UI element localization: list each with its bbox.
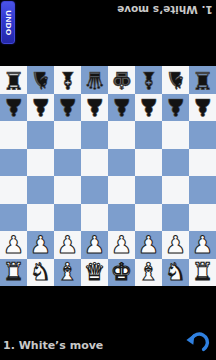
square-f5[interactable] [135, 149, 162, 177]
square-h3[interactable] [189, 204, 216, 232]
black-pawn: ♟ [111, 95, 133, 119]
white-pawn: ♟ [84, 233, 106, 257]
square-d6[interactable] [81, 121, 108, 149]
square-d5[interactable] [81, 149, 108, 177]
square-e8[interactable]: ♚ [108, 66, 135, 94]
white-bishop: ♝ [138, 260, 160, 284]
black-bishop: ♝ [57, 68, 79, 92]
black-pawn: ♟ [165, 95, 187, 119]
white-pawn: ♟ [138, 233, 160, 257]
square-a8[interactable]: ♜ [0, 66, 27, 94]
square-d8[interactable]: ♛ [81, 66, 108, 94]
black-knight: ♞ [165, 68, 187, 92]
chess-board: ♜♞♝♛♚♝♞♜♟♟♟♟♟♟♟♟♟♟♟♟♟♟♟♟♜♞♝♛♚♝♞♜ [0, 66, 216, 286]
white-pawn: ♟ [30, 233, 52, 257]
square-h2[interactable]: ♟ [189, 231, 216, 259]
square-f6[interactable] [135, 121, 162, 149]
black-pawn: ♟ [3, 95, 25, 119]
black-king: ♚ [111, 68, 133, 92]
square-f4[interactable] [135, 176, 162, 204]
square-a5[interactable] [0, 149, 27, 177]
square-h6[interactable] [189, 121, 216, 149]
white-pawn: ♟ [57, 233, 79, 257]
square-c1[interactable]: ♝ [54, 259, 81, 287]
black-pawn: ♟ [138, 95, 160, 119]
square-h7[interactable]: ♟ [189, 94, 216, 122]
square-g7[interactable]: ♟ [162, 94, 189, 122]
black-pawn: ♟ [57, 95, 79, 119]
square-g2[interactable]: ♟ [162, 231, 189, 259]
undo-arrow-icon[interactable] [183, 327, 213, 357]
square-g5[interactable] [162, 149, 189, 177]
square-c6[interactable] [54, 121, 81, 149]
white-rook: ♜ [192, 260, 214, 284]
square-h4[interactable] [189, 176, 216, 204]
square-d2[interactable]: ♟ [81, 231, 108, 259]
square-e1[interactable]: ♚ [108, 259, 135, 287]
square-b7[interactable]: ♟ [27, 94, 54, 122]
square-a1[interactable]: ♜ [0, 259, 27, 287]
square-f1[interactable]: ♝ [135, 259, 162, 287]
white-pawn: ♟ [192, 233, 214, 257]
square-f3[interactable] [135, 204, 162, 232]
undo-button-opponent[interactable]: UNDO [1, 1, 15, 44]
black-rook: ♜ [192, 68, 214, 92]
white-bishop: ♝ [57, 260, 79, 284]
square-f8[interactable]: ♝ [135, 66, 162, 94]
square-b4[interactable] [27, 176, 54, 204]
square-c5[interactable] [54, 149, 81, 177]
square-h8[interactable]: ♜ [189, 66, 216, 94]
square-a7[interactable]: ♟ [0, 94, 27, 122]
black-bishop: ♝ [138, 68, 160, 92]
square-g3[interactable] [162, 204, 189, 232]
square-h1[interactable]: ♜ [189, 259, 216, 287]
square-e7[interactable]: ♟ [108, 94, 135, 122]
square-d3[interactable] [81, 204, 108, 232]
square-e4[interactable] [108, 176, 135, 204]
black-pawn: ♟ [84, 95, 106, 119]
square-h5[interactable] [189, 149, 216, 177]
square-b3[interactable] [27, 204, 54, 232]
square-g4[interactable] [162, 176, 189, 204]
square-e3[interactable] [108, 204, 135, 232]
white-pawn: ♟ [3, 233, 25, 257]
square-d4[interactable] [81, 176, 108, 204]
white-knight: ♞ [30, 260, 52, 284]
square-a2[interactable]: ♟ [0, 231, 27, 259]
white-knight: ♞ [165, 260, 187, 284]
black-pawn: ♟ [192, 95, 214, 119]
square-c3[interactable] [54, 204, 81, 232]
white-king: ♚ [111, 260, 133, 284]
square-c8[interactable]: ♝ [54, 66, 81, 94]
black-rook: ♜ [3, 68, 25, 92]
white-rook: ♜ [3, 260, 25, 284]
square-d7[interactable]: ♟ [81, 94, 108, 122]
square-c4[interactable] [54, 176, 81, 204]
square-a3[interactable] [0, 204, 27, 232]
square-e6[interactable] [108, 121, 135, 149]
chess-app-screen: UNDO 1. White’s move ♜♞♝♛♚♝♞♜♟♟♟♟♟♟♟♟♟♟♟… [0, 0, 216, 360]
undo-button-label: UNDO [4, 10, 12, 36]
opponent-status-text: 1. White’s move [117, 3, 213, 15]
white-pawn: ♟ [111, 233, 133, 257]
white-pawn: ♟ [165, 233, 187, 257]
square-b8[interactable]: ♞ [27, 66, 54, 94]
player-status-text: 1. White’s move [3, 340, 103, 352]
square-b2[interactable]: ♟ [27, 231, 54, 259]
square-b1[interactable]: ♞ [27, 259, 54, 287]
square-c7[interactable]: ♟ [54, 94, 81, 122]
white-queen: ♛ [84, 260, 106, 284]
square-e5[interactable] [108, 149, 135, 177]
square-e2[interactable]: ♟ [108, 231, 135, 259]
square-b6[interactable] [27, 121, 54, 149]
square-c2[interactable]: ♟ [54, 231, 81, 259]
square-f7[interactable]: ♟ [135, 94, 162, 122]
black-queen: ♛ [84, 68, 106, 92]
square-g6[interactable] [162, 121, 189, 149]
square-g8[interactable]: ♞ [162, 66, 189, 94]
black-pawn: ♟ [30, 95, 52, 119]
square-f2[interactable]: ♟ [135, 231, 162, 259]
square-d1[interactable]: ♛ [81, 259, 108, 287]
square-g1[interactable]: ♞ [162, 259, 189, 287]
black-knight: ♞ [30, 68, 52, 92]
square-a4[interactable] [0, 176, 27, 204]
square-b5[interactable] [27, 149, 54, 177]
square-a6[interactable] [0, 121, 27, 149]
